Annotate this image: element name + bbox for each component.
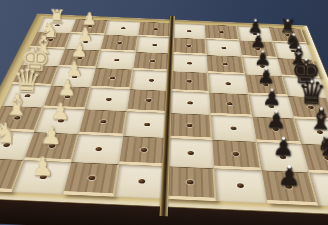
square-c5 [168,113,213,140]
square-a3 [63,162,119,196]
black-rook-h8: ♜ [279,17,296,36]
chess-board: ♜♟♟♜♞♟♟♞♝♟♟♝♚♟♟♚♛♟♟♛♝♟♟♝♞♟♟♞♜♟♟♜ [0,14,328,217]
square-e1: ♚ [12,65,59,86]
square-e6 [208,73,249,95]
square-d6 [209,93,252,117]
square-g4 [136,36,172,53]
square-e4 [130,70,170,91]
board-frame: ♜♟♟♜♞♟♟♞♝♟♟♝♚♟♟♚♛♟♟♛♝♟♟♝♞♟♟♞♜♟♟♜ [0,14,328,217]
square-d4 [127,89,170,113]
square-g7: ♟ [239,41,277,59]
square-f3 [96,51,136,70]
square-b3 [72,134,124,164]
square-c3 [79,109,127,136]
square-e5 [170,71,209,92]
square-b5 [167,138,215,168]
square-a1: ♜ [0,158,24,192]
square-h1: ♜ [37,18,76,34]
square-c7: ♟ [253,117,302,144]
black-pawn-h7: ♟ [247,18,263,36]
square-e2: ♟ [51,66,96,87]
square-b8: ♞ [301,144,328,175]
square-d8: ♛ [288,96,328,120]
square-h7: ♟ [237,26,273,42]
square-h6 [205,25,240,41]
square-f6 [207,55,246,74]
piece-pin-dot [254,19,257,22]
square-c4 [123,111,169,138]
square-g8: ♞ [273,42,313,60]
square-c6 [211,115,257,142]
square-b4 [119,136,168,166]
square-f5 [171,54,208,73]
square-a5 [165,166,216,201]
square-h2: ♟ [71,19,108,35]
square-h4 [138,22,172,38]
square-e7: ♟ [245,75,288,97]
tactile-chessboard-photo: ♜♟♟♜♞♟♟♞♝♟♟♝♚♟♟♚♛♟♟♛♝♟♟♝♞♟♟♞♜♟♟♜ [0,0,328,225]
square-h8: ♜ [269,27,307,43]
white-rook-h1: ♜ [48,8,65,27]
piece-pin-dot [286,19,289,22]
square-d7: ♟ [249,95,295,119]
white-knight-b1: ♞ [0,119,19,148]
square-f7: ♟ [242,57,282,76]
square-g5 [171,38,206,56]
square-g2: ♟ [65,33,105,50]
square-h3 [105,20,141,36]
square-b2: ♟ [24,132,79,162]
square-h5 [172,23,206,39]
square-f2: ♟ [59,49,101,68]
square-f8: ♝ [278,58,320,78]
square-c2: ♟ [34,108,85,135]
board-squares-grid: ♜♟♟♜♞♟♟♞♝♟♟♝♚♟♟♚♛♟♟♛♝♟♟♝♞♟♟♞♜♟♟♜ [0,18,328,208]
square-a6 [214,168,267,203]
square-d5 [169,91,211,115]
square-a2: ♟ [12,160,71,194]
square-a4 [114,164,166,199]
square-b6 [212,140,261,171]
square-e8: ♚ [283,76,328,98]
square-e3 [91,68,133,89]
white-pawn-h2: ♟ [82,10,98,28]
square-g6 [206,39,242,57]
square-d2: ♟ [43,86,91,110]
square-f4 [133,52,171,71]
square-g3 [101,35,139,52]
square-d3 [85,88,130,112]
